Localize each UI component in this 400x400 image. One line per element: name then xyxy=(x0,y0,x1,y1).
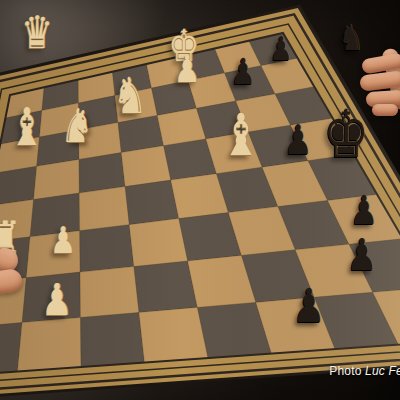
piece-black-pawn-g5[interactable]: ♟ xyxy=(284,120,313,161)
piece-white-pawn-e7[interactable]: ♟ xyxy=(174,50,201,88)
piece-white-rook-a3[interactable]: ♜ xyxy=(0,215,21,261)
piece-black-pawn-h7[interactable]: ♟ xyxy=(269,32,292,65)
piece-black-pawn-g3[interactable]: ♟ xyxy=(350,190,378,230)
piece-white-knight-b6[interactable]: ♞ xyxy=(61,102,94,149)
piece-white-bishop-a6[interactable]: ♝ xyxy=(9,101,45,153)
captured-black-knight[interactable]: ♞ xyxy=(338,20,363,56)
photo-credit-name: Luc Fe xyxy=(365,364,400,378)
photo-stage: ♛♞♟♚♟♟♞♞♝♟♝♚♟♟♜♟♟♟ Photo Luc Fe xyxy=(0,0,400,400)
piece-black-pawn-g2[interactable]: ♟ xyxy=(347,233,378,277)
captured-white-queen[interactable]: ♛ xyxy=(21,10,52,55)
piece-black-pawn-f2[interactable]: ♟ xyxy=(293,282,326,329)
piece-white-pawn-b3[interactable]: ♟ xyxy=(50,222,76,259)
piece-white-bishop-f5[interactable]: ♝ xyxy=(221,106,262,164)
photo-credit-prefix: Photo xyxy=(329,364,365,378)
piece-black-king-h5[interactable]: ♚ xyxy=(323,102,369,168)
piece-white-pawn-b2[interactable]: ♟ xyxy=(42,278,73,322)
photo-credit: Photo Luc Fe xyxy=(329,364,400,378)
piece-white-knight-c7[interactable]: ♞ xyxy=(113,71,148,121)
piece-black-pawn-g7[interactable]: ♟ xyxy=(230,54,255,90)
